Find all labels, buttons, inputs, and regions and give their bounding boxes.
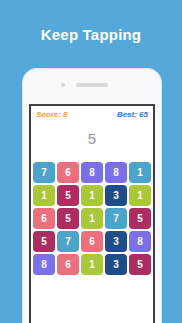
app-title: Keep Tapping xyxy=(0,26,182,43)
speaker-bar-icon xyxy=(76,83,108,87)
tile-r1c1[interactable]: 7 xyxy=(33,162,55,183)
tile-r3c5[interactable]: 5 xyxy=(129,208,151,229)
tile-r1c3[interactable]: 8 xyxy=(81,162,103,183)
tile-grid: 7688115131651755763886135 xyxy=(31,162,153,275)
tile-r3c4[interactable]: 7 xyxy=(105,208,127,229)
tile-r4c1[interactable]: 5 xyxy=(33,231,55,252)
tile-r4c5[interactable]: 8 xyxy=(129,231,151,252)
camera-dot-icon xyxy=(61,83,65,87)
tile-r1c4[interactable]: 8 xyxy=(105,162,127,183)
tile-r2c1[interactable]: 1 xyxy=(33,185,55,206)
score-text: Score: 8 xyxy=(36,110,68,119)
tile-r3c1[interactable]: 6 xyxy=(33,208,55,229)
tile-r5c5[interactable]: 5 xyxy=(129,254,151,275)
tile-r4c4[interactable]: 3 xyxy=(105,231,127,252)
tile-r1c2[interactable]: 6 xyxy=(57,162,79,183)
tile-r1c5[interactable]: 1 xyxy=(129,162,151,183)
tile-r4c2[interactable]: 7 xyxy=(57,231,79,252)
tile-r5c4[interactable]: 3 xyxy=(105,254,127,275)
phone-screen: Score: 8 Best: 65 5 76881151316517557638… xyxy=(29,104,155,323)
tile-r2c5[interactable]: 1 xyxy=(129,185,151,206)
target-number: 5 xyxy=(31,131,153,146)
phone-mockup: Score: 8 Best: 65 5 76881151316517557638… xyxy=(22,68,162,323)
tile-r5c1[interactable]: 8 xyxy=(33,254,55,275)
tile-r5c2[interactable]: 6 xyxy=(57,254,79,275)
tile-r5c3[interactable]: 1 xyxy=(81,254,103,275)
tile-r2c4[interactable]: 3 xyxy=(105,185,127,206)
tile-r3c3[interactable]: 1 xyxy=(81,208,103,229)
tile-r2c3[interactable]: 1 xyxy=(81,185,103,206)
tile-r2c2[interactable]: 5 xyxy=(57,185,79,206)
tile-r3c2[interactable]: 5 xyxy=(57,208,79,229)
hud-bar: Score: 8 Best: 65 xyxy=(31,106,153,119)
best-score-text: Best: 65 xyxy=(117,110,148,119)
tile-r4c3[interactable]: 6 xyxy=(81,231,103,252)
